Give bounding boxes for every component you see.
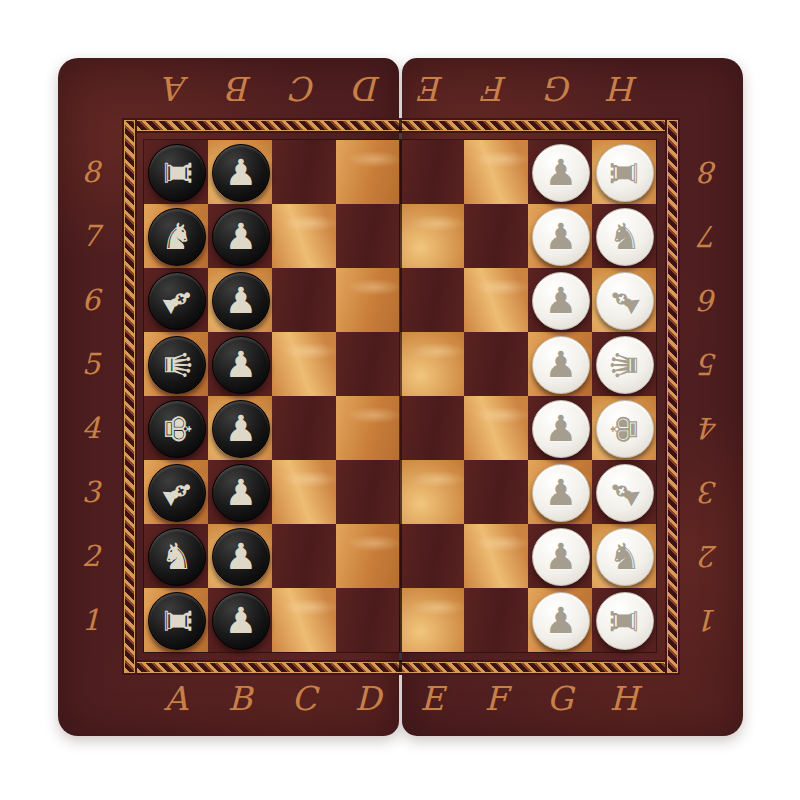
rank-labels-left: 87654321	[58, 140, 124, 652]
piece-white-bishop-h6[interactable]: ♝	[596, 272, 654, 330]
piece-black-pawn-b8[interactable]: ♟	[212, 144, 270, 202]
piece-white-pawn-g3[interactable]: ♟	[532, 464, 590, 522]
piece-white-pawn-g7[interactable]: ♟	[532, 208, 590, 266]
inlay-frame-left	[124, 120, 135, 673]
white-queen-icon: ♛	[607, 349, 643, 381]
piece-black-pawn-b7[interactable]: ♟	[212, 208, 270, 266]
file-label-top-b: B	[208, 64, 272, 114]
piece-white-pawn-g4[interactable]: ♟	[532, 400, 590, 458]
black-bishop-icon: ♝	[153, 278, 200, 324]
black-rook-icon: ♜	[159, 157, 195, 189]
black-pawn-icon: ♟	[225, 539, 257, 575]
rank-label-left-5: 5	[58, 332, 124, 396]
black-pawn-icon: ♟	[225, 411, 257, 447]
product-photo-stage: ABCDEFGH ABCDEFGH 87654321 87654321 ♜♟♟♜…	[0, 0, 800, 800]
white-rook-icon: ♜	[607, 157, 643, 189]
piece-white-pawn-g1[interactable]: ♟	[532, 592, 590, 650]
file-label-bottom-c: C	[272, 672, 336, 724]
piece-black-rook-a1[interactable]: ♜	[148, 592, 206, 650]
white-knight-icon: ♞	[609, 539, 641, 575]
rank-label-right-7: 7	[676, 204, 742, 268]
white-pawn-icon: ♟	[545, 155, 577, 191]
file-label-top-a: A	[144, 64, 208, 114]
white-pawn-icon: ♟	[545, 283, 577, 319]
piece-black-pawn-b2[interactable]: ♟	[212, 528, 270, 586]
rank-label-left-2: 2	[58, 524, 124, 588]
piece-white-king-h4[interactable]: ♚	[596, 400, 654, 458]
piece-black-bishop-a3[interactable]: ♝	[148, 464, 206, 522]
piece-white-bishop-h3[interactable]: ♝	[596, 464, 654, 522]
black-knight-icon: ♞	[161, 219, 193, 255]
rank-labels-right: 87654321	[676, 140, 742, 652]
file-label-bottom-f: F	[464, 672, 528, 724]
rank-label-right-2: 2	[676, 524, 742, 588]
piece-white-pawn-g8[interactable]: ♟	[532, 144, 590, 202]
piece-black-pawn-b6[interactable]: ♟	[212, 272, 270, 330]
piece-black-pawn-b4[interactable]: ♟	[212, 400, 270, 458]
white-knight-icon: ♞	[609, 219, 641, 255]
file-label-bottom-h: H	[592, 672, 656, 724]
white-pawn-icon: ♟	[545, 347, 577, 383]
rank-label-right-1: 1	[676, 588, 742, 652]
rank-label-left-8: 8	[58, 140, 124, 204]
piece-black-bishop-a6[interactable]: ♝	[148, 272, 206, 330]
white-pawn-icon: ♟	[545, 411, 577, 447]
black-queen-icon: ♛	[159, 349, 195, 381]
piece-black-knight-a7[interactable]: ♞	[148, 208, 206, 266]
black-pawn-icon: ♟	[225, 347, 257, 383]
white-pawn-icon: ♟	[545, 603, 577, 639]
rank-label-left-1: 1	[58, 588, 124, 652]
piece-white-pawn-g5[interactable]: ♟	[532, 336, 590, 394]
file-label-bottom-g: G	[528, 672, 592, 724]
white-pawn-icon: ♟	[545, 475, 577, 511]
black-pawn-icon: ♟	[225, 475, 257, 511]
rank-label-right-8: 8	[676, 140, 742, 204]
file-label-bottom-a: A	[144, 672, 208, 724]
piece-black-queen-a5[interactable]: ♛	[148, 336, 206, 394]
rank-label-right-3: 3	[676, 460, 742, 524]
rank-label-left-6: 6	[58, 268, 124, 332]
piece-white-knight-h2[interactable]: ♞	[596, 528, 654, 586]
piece-black-pawn-b3[interactable]: ♟	[212, 464, 270, 522]
black-pawn-icon: ♟	[225, 603, 257, 639]
piece-white-rook-h1[interactable]: ♜	[596, 592, 654, 650]
file-label-top-e: E	[400, 64, 464, 114]
rank-label-left-7: 7	[58, 204, 124, 268]
piece-black-pawn-b5[interactable]: ♟	[212, 336, 270, 394]
pieces-layer: ♜♟♟♜♞♟♟♞♝♟♟♝♛♟♟♛♚♟♟♚♝♟♟♝♞♟♟♞♜♟♟♜	[144, 140, 656, 652]
white-bishop-icon: ♝	[601, 278, 648, 324]
file-label-top-f: F	[464, 64, 528, 114]
piece-white-rook-h8[interactable]: ♜	[596, 144, 654, 202]
piece-black-rook-a8[interactable]: ♜	[148, 144, 206, 202]
file-label-top-c: C	[272, 64, 336, 114]
rank-label-left-3: 3	[58, 460, 124, 524]
black-knight-icon: ♞	[161, 539, 193, 575]
black-pawn-icon: ♟	[225, 283, 257, 319]
rank-label-right-6: 6	[676, 268, 742, 332]
piece-black-pawn-b1[interactable]: ♟	[212, 592, 270, 650]
piece-black-knight-a2[interactable]: ♞	[148, 528, 206, 586]
piece-white-queen-h5[interactable]: ♛	[596, 336, 654, 394]
white-pawn-icon: ♟	[545, 219, 577, 255]
file-labels-bottom: ABCDEFGH	[144, 672, 656, 724]
black-pawn-icon: ♟	[225, 219, 257, 255]
white-pawn-icon: ♟	[545, 539, 577, 575]
file-label-bottom-d: D	[336, 672, 400, 724]
file-label-top-d: D	[336, 64, 400, 114]
black-king-icon: ♚	[159, 413, 195, 445]
piece-white-pawn-g6[interactable]: ♟	[532, 272, 590, 330]
piece-black-king-a4[interactable]: ♚	[148, 400, 206, 458]
file-label-bottom-e: E	[400, 672, 464, 724]
file-labels-top: ABCDEFGH	[144, 64, 656, 114]
piece-white-pawn-g2[interactable]: ♟	[532, 528, 590, 586]
rank-label-right-4: 4	[676, 396, 742, 460]
file-label-bottom-b: B	[208, 672, 272, 724]
black-rook-icon: ♜	[159, 605, 195, 637]
rank-label-right-5: 5	[676, 332, 742, 396]
black-pawn-icon: ♟	[225, 155, 257, 191]
file-label-top-g: G	[528, 64, 592, 114]
white-king-icon: ♚	[607, 413, 643, 445]
white-bishop-icon: ♝	[601, 470, 648, 516]
black-bishop-icon: ♝	[153, 470, 200, 516]
piece-white-knight-h7[interactable]: ♞	[596, 208, 654, 266]
file-label-top-h: H	[592, 64, 656, 114]
white-rook-icon: ♜	[607, 605, 643, 637]
rank-label-left-4: 4	[58, 396, 124, 460]
